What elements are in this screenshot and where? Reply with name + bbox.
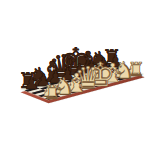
piece-layer: ♜♞♝♛♚♝♞♜♟♟♟♟♟♟♟♟♟♟♟♟♟♟♟♟♜♞♝♛♚♝♞♜ bbox=[0, 0, 148, 148]
piece-white-r-a1: ♜ bbox=[44, 82, 61, 101]
piece-black-p-a7: ♟ bbox=[24, 76, 39, 93]
chess-set-photo: ♜♞♝♛♚♝♞♜♟♟♟♟♟♟♟♟♟♟♟♟♟♟♟♟♜♞♝♛♚♝♞♜ bbox=[0, 0, 148, 148]
